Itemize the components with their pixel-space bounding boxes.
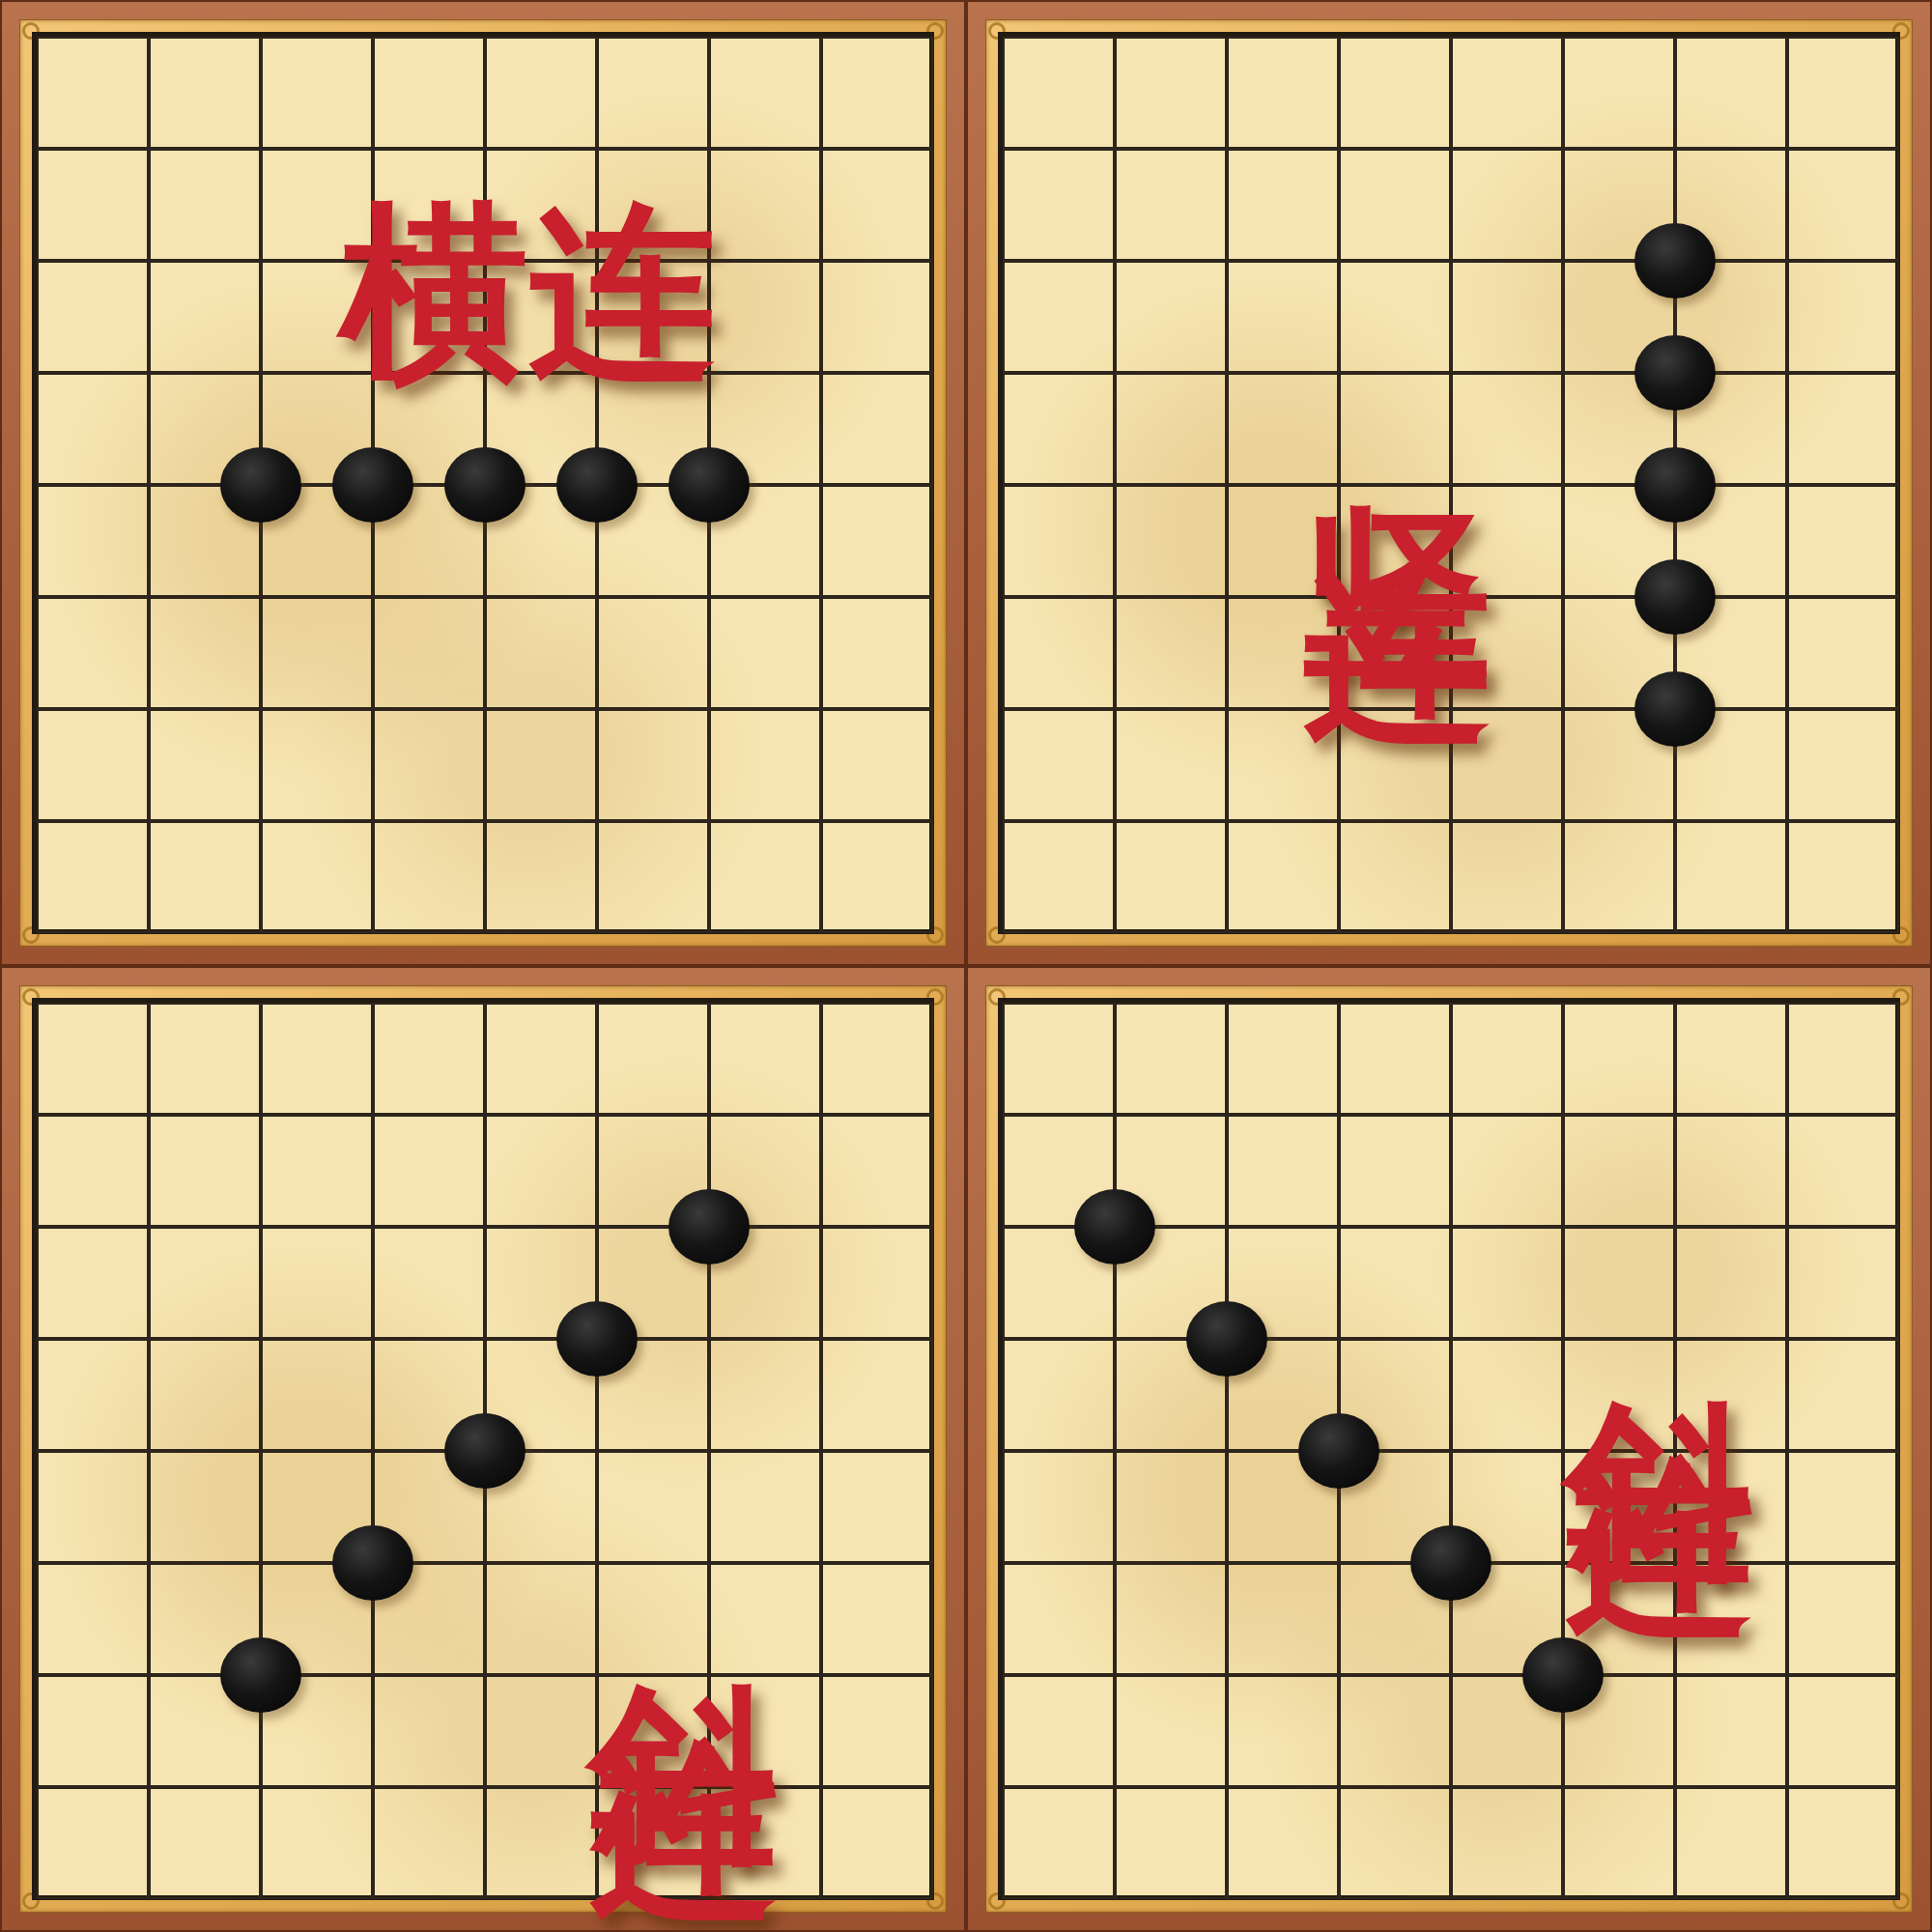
black-stone [1074, 1189, 1155, 1264]
go-board-top-right [998, 32, 1900, 934]
go-board-bottom-left [32, 998, 934, 1900]
board-grid [37, 1003, 933, 1899]
pattern-label-top-left: 横连 [340, 198, 717, 386]
pattern-label-top-right: 竖连 [1306, 354, 1494, 462]
board-panel-top-left: 横连 [0, 0, 966, 966]
black-stone [444, 447, 526, 523]
board-grid [1003, 1003, 1899, 1899]
pattern-label-bottom-left: 斜连 [592, 1530, 781, 1638]
black-stone [668, 1189, 750, 1264]
black-stone [1634, 671, 1716, 747]
go-board-top-left [32, 32, 934, 934]
black-stone [556, 447, 638, 523]
black-stone [1186, 1301, 1267, 1377]
board-grid [37, 37, 933, 933]
black-stone [444, 1413, 526, 1489]
black-stone [220, 1637, 301, 1713]
black-stone [1298, 1413, 1379, 1489]
black-stone [1522, 1637, 1604, 1713]
black-stone [1634, 335, 1716, 411]
black-stone [332, 1525, 413, 1601]
black-stone [1634, 447, 1716, 523]
black-stone [1634, 223, 1716, 298]
black-stone [1410, 1525, 1492, 1601]
board-panel-bottom-left: 斜连 [0, 966, 966, 1932]
black-stone [332, 447, 413, 523]
pattern-label-bottom-right: 斜连 [1568, 1247, 1756, 1355]
black-stone [220, 447, 301, 523]
board-panel-top-right: 竖连 [966, 0, 1932, 966]
black-stone [668, 447, 750, 523]
black-stone [1634, 559, 1716, 635]
black-stone [556, 1301, 638, 1377]
tutorial-page: 横连竖连斜连斜连 [0, 0, 1932, 1932]
go-board-bottom-right [998, 998, 1900, 1900]
board-grid [1003, 37, 1899, 933]
board-panel-bottom-right: 斜连 [966, 966, 1932, 1932]
